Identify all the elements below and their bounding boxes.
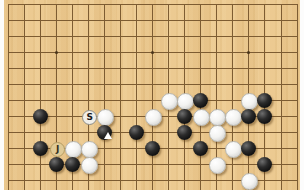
triangle-marker bbox=[104, 132, 112, 139]
black-stone[interactable] bbox=[257, 109, 272, 124]
black-stone[interactable] bbox=[33, 141, 48, 156]
white-stone[interactable] bbox=[81, 141, 98, 158]
black-stone[interactable] bbox=[177, 125, 192, 140]
black-stone[interactable] bbox=[257, 157, 272, 172]
grid-line-vertical bbox=[281, 4, 282, 190]
black-stone[interactable] bbox=[257, 93, 272, 108]
black-stone[interactable] bbox=[49, 157, 64, 172]
black-stone[interactable] bbox=[145, 141, 160, 156]
black-stone[interactable] bbox=[129, 125, 144, 140]
black-stone[interactable] bbox=[193, 93, 208, 108]
black-stone[interactable] bbox=[33, 109, 48, 124]
grid-line-horizontal bbox=[9, 132, 299, 133]
go-board[interactable]: SJ bbox=[0, 0, 304, 190]
black-stone[interactable] bbox=[97, 125, 112, 140]
label-j[interactable]: J bbox=[50, 142, 65, 157]
white-stone[interactable] bbox=[193, 109, 210, 126]
grid-line-horizontal bbox=[9, 84, 299, 85]
black-stone[interactable] bbox=[65, 157, 80, 172]
grid-line-vertical bbox=[40, 4, 41, 190]
white-stone[interactable] bbox=[241, 93, 258, 110]
white-stone[interactable] bbox=[241, 173, 258, 190]
grid-line-horizontal bbox=[9, 20, 299, 21]
grid-line-horizontal bbox=[9, 68, 299, 69]
grid-line-vertical bbox=[24, 4, 25, 190]
grid-line-horizontal bbox=[9, 36, 299, 37]
white-stone[interactable] bbox=[145, 109, 162, 126]
black-stone[interactable] bbox=[241, 109, 256, 124]
grid-line-horizontal bbox=[9, 4, 299, 5]
white-stone[interactable] bbox=[225, 109, 242, 126]
star-point bbox=[151, 51, 154, 54]
white-stone[interactable] bbox=[209, 157, 226, 174]
white-stone[interactable] bbox=[161, 93, 178, 110]
white-stone[interactable] bbox=[177, 93, 194, 110]
grid-line-vertical bbox=[8, 4, 9, 190]
grid-line-vertical bbox=[104, 4, 105, 190]
left-margin bbox=[0, 0, 4, 190]
star-point bbox=[247, 51, 250, 54]
white-stone[interactable] bbox=[65, 141, 82, 158]
grid-line-vertical bbox=[297, 4, 298, 190]
white-stone[interactable] bbox=[81, 157, 98, 174]
grid-line-vertical bbox=[120, 4, 121, 190]
black-stone[interactable] bbox=[193, 141, 208, 156]
star-point bbox=[55, 51, 58, 54]
grid-line-vertical bbox=[152, 4, 153, 190]
white-stone[interactable] bbox=[225, 141, 242, 158]
white-stone[interactable] bbox=[97, 109, 114, 126]
white-stone[interactable] bbox=[209, 125, 226, 142]
go-app-screenshot: SJ bbox=[0, 0, 304, 190]
grid-line-vertical bbox=[136, 4, 137, 190]
right-margin bbox=[300, 0, 304, 190]
black-stone[interactable] bbox=[241, 141, 256, 156]
white-stone[interactable] bbox=[209, 109, 226, 126]
black-stone[interactable] bbox=[177, 109, 192, 124]
label-s[interactable]: S bbox=[82, 110, 97, 125]
grid-line-vertical bbox=[232, 4, 233, 190]
